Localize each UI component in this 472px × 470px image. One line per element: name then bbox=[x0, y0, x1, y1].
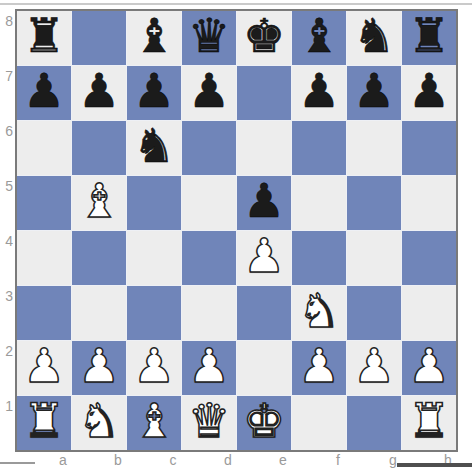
square-d1[interactable]: ♛ bbox=[182, 396, 236, 450]
square-g2[interactable]: ♟ bbox=[347, 341, 401, 395]
piece-white-rook[interactable]: ♜ bbox=[408, 394, 450, 448]
piece-white-pawn[interactable]: ♟ bbox=[78, 339, 120, 393]
square-d8[interactable]: ♛ bbox=[182, 11, 236, 65]
file-label-b: b bbox=[110, 453, 126, 468]
piece-white-knight[interactable]: ♞ bbox=[298, 284, 340, 338]
piece-black-bishop[interactable]: ♝ bbox=[298, 9, 340, 63]
square-g6[interactable] bbox=[347, 121, 401, 175]
piece-black-queen[interactable]: ♛ bbox=[188, 9, 230, 63]
piece-white-rook[interactable]: ♜ bbox=[23, 394, 65, 448]
piece-black-king[interactable]: ♚ bbox=[243, 9, 285, 63]
square-g4[interactable] bbox=[347, 231, 401, 285]
piece-black-knight[interactable]: ♞ bbox=[133, 119, 175, 173]
square-a8[interactable]: ♜ bbox=[17, 11, 71, 65]
square-b6[interactable] bbox=[72, 121, 126, 175]
square-a7[interactable]: ♟ bbox=[17, 66, 71, 120]
square-e3[interactable] bbox=[237, 286, 291, 340]
square-e7[interactable] bbox=[237, 66, 291, 120]
file-label-d: d bbox=[220, 453, 236, 468]
square-c2[interactable]: ♟ bbox=[127, 341, 181, 395]
square-d7[interactable]: ♟ bbox=[182, 66, 236, 120]
rank-label-4: 4 bbox=[0, 234, 13, 249]
square-f6[interactable] bbox=[292, 121, 346, 175]
square-b4[interactable] bbox=[72, 231, 126, 285]
square-h4[interactable] bbox=[402, 231, 456, 285]
square-f5[interactable] bbox=[292, 176, 346, 230]
rank-label-6: 6 bbox=[0, 124, 13, 139]
square-c4[interactable] bbox=[127, 231, 181, 285]
file-label-c: c bbox=[165, 453, 181, 468]
square-g7[interactable]: ♟ bbox=[347, 66, 401, 120]
bottom-left-edge-line bbox=[0, 462, 35, 464]
piece-black-pawn[interactable]: ♟ bbox=[188, 64, 230, 118]
piece-black-pawn[interactable]: ♟ bbox=[78, 64, 120, 118]
square-h7[interactable]: ♟ bbox=[402, 66, 456, 120]
square-g1[interactable] bbox=[347, 396, 401, 450]
piece-black-rook[interactable]: ♜ bbox=[408, 9, 450, 63]
top-divider-line bbox=[0, 3, 472, 5]
square-c1[interactable]: ♝ bbox=[127, 396, 181, 450]
piece-black-knight[interactable]: ♞ bbox=[353, 9, 395, 63]
square-d4[interactable] bbox=[182, 231, 236, 285]
square-a6[interactable] bbox=[17, 121, 71, 175]
square-e1[interactable]: ♚ bbox=[237, 396, 291, 450]
square-f7[interactable]: ♟ bbox=[292, 66, 346, 120]
square-c7[interactable]: ♟ bbox=[127, 66, 181, 120]
square-d5[interactable] bbox=[182, 176, 236, 230]
square-e5[interactable]: ♟ bbox=[237, 176, 291, 230]
square-c8[interactable]: ♝ bbox=[127, 11, 181, 65]
square-b7[interactable]: ♟ bbox=[72, 66, 126, 120]
square-b3[interactable] bbox=[72, 286, 126, 340]
file-label-a: a bbox=[55, 453, 71, 468]
square-e6[interactable] bbox=[237, 121, 291, 175]
piece-white-pawn[interactable]: ♟ bbox=[23, 339, 65, 393]
square-f3[interactable]: ♞ bbox=[292, 286, 346, 340]
rank-label-5: 5 bbox=[0, 179, 13, 194]
piece-black-rook[interactable]: ♜ bbox=[23, 9, 65, 63]
rank-label-7: 7 bbox=[0, 69, 13, 84]
square-g5[interactable] bbox=[347, 176, 401, 230]
square-d6[interactable] bbox=[182, 121, 236, 175]
piece-white-queen[interactable]: ♛ bbox=[188, 394, 230, 448]
piece-black-pawn[interactable]: ♟ bbox=[243, 174, 285, 228]
rank-label-2: 2 bbox=[0, 344, 13, 359]
piece-white-king[interactable]: ♚ bbox=[243, 394, 285, 448]
rank-label-8: 8 bbox=[0, 14, 13, 29]
square-b1[interactable]: ♞ bbox=[72, 396, 126, 450]
piece-white-pawn[interactable]: ♟ bbox=[353, 339, 395, 393]
piece-black-pawn[interactable]: ♟ bbox=[353, 64, 395, 118]
piece-white-pawn[interactable]: ♟ bbox=[408, 339, 450, 393]
square-h8[interactable]: ♜ bbox=[402, 11, 456, 65]
square-c6[interactable]: ♞ bbox=[127, 121, 181, 175]
file-label-e: e bbox=[275, 453, 291, 468]
piece-white-pawn[interactable]: ♟ bbox=[298, 339, 340, 393]
piece-black-pawn[interactable]: ♟ bbox=[298, 64, 340, 118]
square-a2[interactable]: ♟ bbox=[17, 341, 71, 395]
square-c5[interactable] bbox=[127, 176, 181, 230]
square-a1[interactable]: ♜ bbox=[17, 396, 71, 450]
square-g8[interactable]: ♞ bbox=[347, 11, 401, 65]
square-f1[interactable] bbox=[292, 396, 346, 450]
square-h3[interactable] bbox=[402, 286, 456, 340]
square-h2[interactable]: ♟ bbox=[402, 341, 456, 395]
square-e2[interactable] bbox=[237, 341, 291, 395]
square-c3[interactable] bbox=[127, 286, 181, 340]
chess-board-frame: ♜♝♛♚♝♞♜♟♟♟♟♟♟♟♞♝♟♟♞♟♟♟♟♟♟♟♜♞♝♛♚♜ bbox=[15, 9, 458, 452]
bottom-right-edge-bar bbox=[397, 463, 472, 467]
chess-board: ♜♝♛♚♝♞♜♟♟♟♟♟♟♟♞♝♟♟♞♟♟♟♟♟♟♟♜♞♝♛♚♜ bbox=[17, 11, 456, 450]
rank-label-1: 1 bbox=[0, 399, 13, 414]
piece-white-pawn[interactable]: ♟ bbox=[188, 339, 230, 393]
piece-black-bishop[interactable]: ♝ bbox=[133, 9, 175, 63]
square-g3[interactable] bbox=[347, 286, 401, 340]
square-f2[interactable]: ♟ bbox=[292, 341, 346, 395]
piece-white-pawn[interactable]: ♟ bbox=[133, 339, 175, 393]
square-b2[interactable]: ♟ bbox=[72, 341, 126, 395]
square-a5[interactable] bbox=[17, 176, 71, 230]
square-h6[interactable] bbox=[402, 121, 456, 175]
piece-white-pawn[interactable]: ♟ bbox=[243, 229, 285, 283]
square-f8[interactable]: ♝ bbox=[292, 11, 346, 65]
square-d2[interactable]: ♟ bbox=[182, 341, 236, 395]
piece-black-pawn[interactable]: ♟ bbox=[133, 64, 175, 118]
square-a4[interactable] bbox=[17, 231, 71, 285]
piece-black-pawn[interactable]: ♟ bbox=[408, 64, 450, 118]
square-h5[interactable] bbox=[402, 176, 456, 230]
square-e4[interactable]: ♟ bbox=[237, 231, 291, 285]
square-e8[interactable]: ♚ bbox=[237, 11, 291, 65]
square-f4[interactable] bbox=[292, 231, 346, 285]
square-h1[interactable]: ♜ bbox=[402, 396, 456, 450]
file-label-f: f bbox=[330, 453, 346, 468]
piece-white-bishop[interactable]: ♝ bbox=[78, 174, 120, 228]
piece-white-bishop[interactable]: ♝ bbox=[133, 394, 175, 448]
square-d3[interactable] bbox=[182, 286, 236, 340]
square-a3[interactable] bbox=[17, 286, 71, 340]
square-b8[interactable] bbox=[72, 11, 126, 65]
square-b5[interactable]: ♝ bbox=[72, 176, 126, 230]
piece-black-pawn[interactable]: ♟ bbox=[23, 64, 65, 118]
rank-label-3: 3 bbox=[0, 289, 13, 304]
piece-white-knight[interactable]: ♞ bbox=[78, 394, 120, 448]
